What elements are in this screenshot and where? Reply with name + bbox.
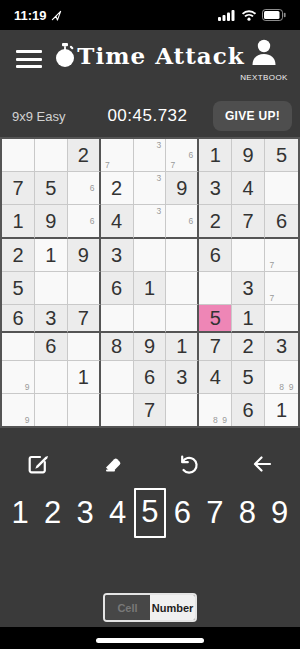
cell-r6c6[interactable] — [166, 305, 199, 333]
battery-icon — [262, 9, 286, 21]
number-key-3[interactable]: 3 — [69, 490, 101, 536]
cell-r2c5[interactable]: 3 — [134, 172, 167, 205]
controls-panel: 123456789 Cell Number — [0, 428, 300, 627]
pencil-marks: 89 — [265, 361, 298, 393]
cell-r1c5[interactable]: 3 — [134, 139, 167, 172]
pencil-marks: 6 — [166, 205, 197, 237]
cell-r1c4[interactable]: 7 — [101, 139, 134, 172]
number-key-6[interactable]: 6 — [166, 490, 198, 536]
cell-r3c9[interactable]: 6 — [265, 205, 298, 239]
cell-r8c4[interactable] — [101, 361, 134, 394]
number-key-5[interactable]: 5 — [134, 488, 166, 538]
cell-r9c5[interactable]: 7 — [134, 394, 167, 426]
cell-r7c6[interactable]: 1 — [166, 333, 199, 361]
pencil-marks: 7 — [265, 239, 298, 271]
number-pad: 123456789 — [0, 485, 300, 541]
cell-r4c1[interactable]: 2 — [2, 239, 35, 272]
cell-r6c8[interactable]: 1 — [232, 305, 265, 333]
cell-r2c3[interactable]: 6 — [68, 172, 101, 205]
cell-r8c3[interactable]: 1 — [68, 361, 101, 394]
cell-r6c4[interactable] — [101, 305, 134, 333]
cell-r8c1[interactable]: 9 — [2, 361, 35, 394]
sudoku-board: 2736719575623934196436276219367561376375… — [0, 137, 300, 428]
cell-r4c5[interactable] — [134, 239, 167, 272]
cell-r9c3[interactable] — [68, 394, 101, 426]
cell-r5c4[interactable]: 6 — [101, 272, 134, 305]
cell-r7c4[interactable]: 8 — [101, 333, 134, 361]
cell-r2c4[interactable]: 2 — [101, 172, 134, 205]
cell-r2c8[interactable]: 4 — [232, 172, 265, 205]
cell-r5c9[interactable]: 7 — [265, 272, 298, 305]
cell-r3c4[interactable]: 4 — [101, 205, 134, 239]
bottom-bar — [0, 627, 300, 649]
game-info-bar: 9x9 Easy 00:45.732 GIVE UP! — [0, 95, 300, 137]
cell-r2c6[interactable]: 9 — [166, 172, 199, 205]
cell-r6c3[interactable]: 7 — [68, 305, 101, 333]
stopwatch-icon — [55, 43, 75, 69]
give-up-button[interactable]: GIVE UP! — [213, 101, 292, 131]
number-key-8[interactable]: 8 — [231, 490, 263, 536]
cell-r1c7[interactable]: 1 — [199, 139, 232, 172]
cell-r4c6[interactable] — [166, 239, 199, 272]
cell-r4c8[interactable] — [232, 239, 265, 272]
cell-r3c5[interactable]: 3 — [134, 205, 167, 239]
cell-r8c6[interactable]: 3 — [166, 361, 199, 394]
cell-r9c6[interactable] — [166, 394, 199, 426]
pencil-marks: 6 — [68, 172, 99, 204]
pencil-marks: 7 — [265, 272, 298, 304]
wifi-icon — [241, 10, 257, 21]
pencil-marks: 89 — [199, 394, 231, 426]
cell-r3c1[interactable]: 1 — [2, 205, 35, 239]
pencil-marks: 7 — [101, 139, 133, 171]
cell-r6c9[interactable] — [265, 305, 298, 333]
pencil-marks: 6 — [68, 205, 99, 237]
pencil-marks: 9 — [2, 394, 34, 426]
cell-r8c2[interactable] — [35, 361, 68, 394]
undo-button[interactable] — [175, 452, 199, 476]
status-time: 11:19 — [14, 8, 47, 23]
cell-r1c1[interactable] — [2, 139, 35, 172]
cell-r6c5[interactable] — [134, 305, 167, 333]
cell-r9c9[interactable]: 1 — [265, 394, 298, 426]
cell-r1c9[interactable]: 5 — [265, 139, 298, 172]
notes-pencil-button[interactable] — [26, 452, 50, 476]
cell-r7c5[interactable]: 9 — [134, 333, 167, 361]
cell-r1c2[interactable] — [35, 139, 68, 172]
mode-option-number[interactable]: Number — [150, 595, 195, 620]
pencil-marks: 3 — [134, 205, 166, 237]
cell-r1c8[interactable]: 9 — [232, 139, 265, 172]
account-label: NEXTBOOK — [236, 73, 292, 82]
app-header: Time Attack NEXTBOOK — [0, 30, 300, 95]
cell-r5c2[interactable] — [35, 272, 68, 305]
cell-r4c2[interactable]: 1 — [35, 239, 68, 272]
cell-r7c8[interactable]: 2 — [232, 333, 265, 361]
phone-screen: 11:19 — [0, 0, 300, 649]
number-key-1[interactable]: 1 — [4, 490, 36, 536]
page-title: Time Attack — [77, 42, 244, 69]
pencil-marks: 9 — [2, 361, 34, 393]
cell-r1c3[interactable]: 2 — [68, 139, 101, 172]
cell-r7c9[interactable]: 3 — [265, 333, 298, 361]
cell-r9c7[interactable]: 89 — [199, 394, 232, 426]
mode-option-cell[interactable]: Cell — [105, 595, 150, 620]
cell-r3c6[interactable]: 6 — [166, 205, 199, 239]
eraser-button[interactable] — [101, 452, 125, 476]
cell-r9c1[interactable]: 9 — [2, 394, 35, 426]
cell-r6c2[interactable]: 3 — [35, 305, 68, 333]
toolbar — [0, 452, 300, 476]
signal-icon — [218, 10, 236, 21]
cell-r5c3[interactable] — [68, 272, 101, 305]
cell-r4c9[interactable]: 7 — [265, 239, 298, 272]
pencil-marks: 67 — [166, 139, 197, 171]
number-key-9[interactable]: 9 — [264, 490, 296, 536]
pencil-marks: 3 — [134, 172, 166, 204]
number-key-4[interactable]: 4 — [101, 490, 133, 536]
cell-r5c6[interactable] — [166, 272, 199, 305]
person-icon — [248, 36, 280, 68]
cell-r3c3[interactable]: 6 — [68, 205, 101, 239]
cell-r7c1[interactable] — [2, 333, 35, 361]
cell-r8c5[interactable]: 6 — [134, 361, 167, 394]
cell-r6c1[interactable]: 6 — [2, 305, 35, 333]
cell-r5c8[interactable]: 3 — [232, 272, 265, 305]
back-arrow-button[interactable] — [250, 452, 274, 476]
cell-r9c8[interactable]: 6 — [232, 394, 265, 426]
location-icon — [51, 10, 62, 21]
cell-r8c9[interactable]: 89 — [265, 361, 298, 394]
cell-r8c7[interactable]: 4 — [199, 361, 232, 394]
cell-r3c2[interactable]: 9 — [35, 205, 68, 239]
cell-r1c6[interactable]: 67 — [166, 139, 199, 172]
cell-r9c4[interactable] — [101, 394, 134, 426]
status-bar: 11:19 — [0, 0, 300, 30]
cell-r5c7[interactable] — [199, 272, 232, 305]
cell-r2c1[interactable]: 7 — [2, 172, 35, 205]
cell-r5c1[interactable]: 5 — [2, 272, 35, 305]
cell-r7c3[interactable] — [68, 333, 101, 361]
cell-r5c5[interactable]: 1 — [134, 272, 167, 305]
cell-r4c4[interactable]: 3 — [101, 239, 134, 272]
cell-r2c9[interactable] — [265, 172, 298, 205]
difficulty-label: 9x9 Easy — [12, 109, 82, 124]
number-key-2[interactable]: 2 — [36, 490, 68, 536]
cell-r4c3[interactable]: 9 — [68, 239, 101, 272]
home-indicator[interactable] — [96, 638, 204, 643]
cell-r3c7[interactable]: 2 — [199, 205, 232, 239]
number-key-7[interactable]: 7 — [199, 490, 231, 536]
cell-r7c7[interactable]: 7 — [199, 333, 232, 361]
cell-r7c2[interactable]: 6 — [35, 333, 68, 361]
cell-r9c2[interactable] — [35, 394, 68, 426]
cell-r4c7[interactable]: 6 — [199, 239, 232, 272]
account-button[interactable]: NEXTBOOK — [236, 36, 292, 82]
cell-r2c2[interactable]: 5 — [35, 172, 68, 205]
cell-r8c8[interactable]: 5 — [232, 361, 265, 394]
cell-r6c7[interactable]: 5 — [199, 305, 232, 333]
timer-display: 00:45.732 — [82, 106, 213, 126]
cell-r2c7[interactable]: 3 — [199, 172, 232, 205]
mode-toggle: Cell Number — [103, 593, 197, 622]
cell-r3c8[interactable]: 7 — [232, 205, 265, 239]
pencil-marks: 3 — [134, 139, 166, 171]
